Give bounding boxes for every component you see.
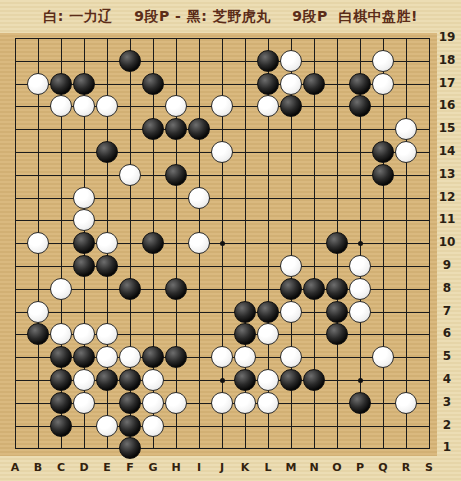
black-stone-O10 <box>326 232 348 254</box>
col-label-M: M <box>281 461 301 474</box>
white-stone-E16 <box>96 95 118 117</box>
row-label-15: 15 <box>434 121 460 135</box>
row-label-12: 12 <box>434 190 460 204</box>
black-stone-L17 <box>257 73 279 95</box>
white-stone-G4 <box>142 369 164 391</box>
black-stone-O6 <box>326 323 348 345</box>
white-stone-M18 <box>280 50 302 72</box>
row-label-2: 2 <box>434 418 460 432</box>
col-label-J: J <box>212 461 232 474</box>
white-stone-R3 <box>395 392 417 414</box>
row-label-19: 19 <box>434 30 460 44</box>
col-label-P: P <box>350 461 370 474</box>
white-stone-M17 <box>280 73 302 95</box>
white-stone-D3 <box>73 392 95 414</box>
col-label-O: O <box>327 461 347 474</box>
white-stone-Q17 <box>372 73 394 95</box>
black-stone-F8 <box>119 278 141 300</box>
white-stone-F13 <box>119 164 141 186</box>
black-stone-C5 <box>50 346 72 368</box>
white-stone-I10 <box>188 232 210 254</box>
white-stone-H16 <box>165 95 187 117</box>
star-point-J10 <box>220 241 225 246</box>
row-label-13: 13 <box>434 167 460 181</box>
white-stone-P7 <box>349 301 371 323</box>
row-label-17: 17 <box>434 76 460 90</box>
black-stone-F1 <box>119 437 141 459</box>
row-label-4: 4 <box>434 372 460 386</box>
row-label-3: 3 <box>434 395 460 409</box>
black-stone-P3 <box>349 392 371 414</box>
white-stone-C8 <box>50 278 72 300</box>
black-stone-F2 <box>119 415 141 437</box>
black-stone-D5 <box>73 346 95 368</box>
black-stone-G5 <box>142 346 164 368</box>
black-stone-C2 <box>50 415 72 437</box>
row-label-11: 11 <box>434 212 460 226</box>
black-stone-M8 <box>280 278 302 300</box>
white-stone-L6 <box>257 323 279 345</box>
white-stone-M9 <box>280 255 302 277</box>
black-stone-M16 <box>280 95 302 117</box>
col-label-A: A <box>5 461 25 474</box>
white-stone-D11 <box>73 209 95 231</box>
star-point-P10 <box>358 241 363 246</box>
grid-horizontal-line <box>15 448 430 449</box>
col-label-Q: Q <box>373 461 393 474</box>
row-label-5: 5 <box>434 349 460 363</box>
row-label-9: 9 <box>434 258 460 272</box>
black-stone-E4 <box>96 369 118 391</box>
row-label-10: 10 <box>434 235 460 249</box>
black-stone-B6 <box>27 323 49 345</box>
black-stone-H5 <box>165 346 187 368</box>
black-stone-F3 <box>119 392 141 414</box>
black-stone-E14 <box>96 141 118 163</box>
grid-vertical-line <box>429 38 430 449</box>
black-stone-G10 <box>142 232 164 254</box>
black-stone-L18 <box>257 50 279 72</box>
white-stone-E2 <box>96 415 118 437</box>
white-stone-H3 <box>165 392 187 414</box>
black-stone-N17 <box>303 73 325 95</box>
go-viewer-window: 白: 一力辽 9段P - 黑: 芝野虎丸 9段P 白棋中盘胜! ABCDEFGH… <box>0 0 461 481</box>
grid-vertical-line <box>383 38 384 449</box>
black-stone-G15 <box>142 118 164 140</box>
black-stone-D17 <box>73 73 95 95</box>
white-stone-D12 <box>73 187 95 209</box>
white-stone-J3 <box>211 392 233 414</box>
black-stone-C3 <box>50 392 72 414</box>
row-label-18: 18 <box>434 53 460 67</box>
black-stone-F4 <box>119 369 141 391</box>
col-label-I: I <box>189 461 209 474</box>
white-stone-L16 <box>257 95 279 117</box>
black-stone-E9 <box>96 255 118 277</box>
white-stone-F5 <box>119 346 141 368</box>
black-stone-L7 <box>257 301 279 323</box>
white-stone-J14 <box>211 141 233 163</box>
col-label-N: N <box>304 461 324 474</box>
col-label-S: S <box>419 461 439 474</box>
col-label-C: C <box>51 461 71 474</box>
black-stone-P17 <box>349 73 371 95</box>
white-stone-B10 <box>27 232 49 254</box>
black-stone-O7 <box>326 301 348 323</box>
white-stone-I12 <box>188 187 210 209</box>
white-stone-G3 <box>142 392 164 414</box>
black-stone-K7 <box>234 301 256 323</box>
white-stone-B17 <box>27 73 49 95</box>
col-label-F: F <box>120 461 140 474</box>
col-label-G: G <box>143 461 163 474</box>
black-stone-D9 <box>73 255 95 277</box>
black-stone-D10 <box>73 232 95 254</box>
black-stone-K6 <box>234 323 256 345</box>
star-point-P4 <box>358 378 363 383</box>
col-label-H: H <box>166 461 186 474</box>
black-stone-Q14 <box>372 141 394 163</box>
grid-horizontal-line <box>15 426 430 427</box>
col-label-D: D <box>74 461 94 474</box>
black-stone-O8 <box>326 278 348 300</box>
black-stone-N8 <box>303 278 325 300</box>
black-stone-I15 <box>188 118 210 140</box>
row-label-7: 7 <box>434 304 460 318</box>
black-stone-C4 <box>50 369 72 391</box>
white-stone-B7 <box>27 301 49 323</box>
white-stone-M5 <box>280 346 302 368</box>
white-stone-C6 <box>50 323 72 345</box>
row-label-6: 6 <box>434 326 460 340</box>
black-stone-H8 <box>165 278 187 300</box>
black-stone-P16 <box>349 95 371 117</box>
star-point-J4 <box>220 378 225 383</box>
white-stone-C16 <box>50 95 72 117</box>
col-label-L: L <box>258 461 278 474</box>
white-stone-M7 <box>280 301 302 323</box>
col-label-B: B <box>28 461 48 474</box>
col-label-E: E <box>97 461 117 474</box>
black-stone-K4 <box>234 369 256 391</box>
col-label-R: R <box>396 461 416 474</box>
white-stone-D4 <box>73 369 95 391</box>
white-stone-L4 <box>257 369 279 391</box>
row-label-14: 14 <box>434 144 460 158</box>
white-stone-D6 <box>73 323 95 345</box>
white-stone-K5 <box>234 346 256 368</box>
white-stone-J5 <box>211 346 233 368</box>
row-label-16: 16 <box>434 98 460 112</box>
white-stone-Q5 <box>372 346 394 368</box>
white-stone-P8 <box>349 278 371 300</box>
grid-vertical-line <box>406 38 407 449</box>
black-stone-M4 <box>280 369 302 391</box>
black-stone-N4 <box>303 369 325 391</box>
white-stone-E6 <box>96 323 118 345</box>
white-stone-R15 <box>395 118 417 140</box>
white-stone-E10 <box>96 232 118 254</box>
black-stone-F18 <box>119 50 141 72</box>
black-stone-C17 <box>50 73 72 95</box>
black-stone-H15 <box>165 118 187 140</box>
white-stone-J16 <box>211 95 233 117</box>
white-stone-L3 <box>257 392 279 414</box>
white-stone-K3 <box>234 392 256 414</box>
black-stone-H13 <box>165 164 187 186</box>
black-stone-G17 <box>142 73 164 95</box>
row-label-1: 1 <box>434 440 460 454</box>
white-stone-Q18 <box>372 50 394 72</box>
col-label-K: K <box>235 461 255 474</box>
white-stone-R14 <box>395 141 417 163</box>
white-stone-P9 <box>349 255 371 277</box>
white-stone-D16 <box>73 95 95 117</box>
game-info-header: 白: 一力辽 9段P - 黑: 芝野虎丸 9段P 白棋中盘胜! <box>0 0 461 33</box>
black-stone-Q13 <box>372 164 394 186</box>
white-stone-E5 <box>96 346 118 368</box>
row-label-8: 8 <box>434 281 460 295</box>
white-stone-G2 <box>142 415 164 437</box>
